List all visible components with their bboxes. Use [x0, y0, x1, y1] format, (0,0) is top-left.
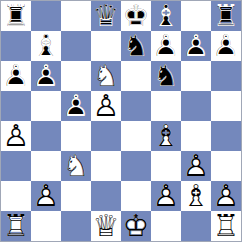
square-h2[interactable]: ♟♙	[211, 181, 241, 211]
piece-outline-layer: ♗	[151, 121, 181, 151]
piece-outline-layer: ♙	[31, 181, 61, 211]
piece-white-bishop: ♝♗	[151, 121, 181, 151]
square-c7[interactable]	[61, 31, 91, 61]
piece-black-pawn: ♟♙	[31, 61, 61, 91]
piece-outline-layer: ♘	[121, 31, 151, 61]
piece-black-pawn: ♟♙	[151, 31, 181, 61]
piece-outline-layer: ♙	[151, 181, 181, 211]
piece-white-pawn: ♟♙	[211, 181, 241, 211]
piece-outline-layer: ♙	[1, 121, 31, 151]
square-e3[interactable]	[121, 151, 151, 181]
square-a7[interactable]	[1, 31, 31, 61]
square-g8[interactable]	[181, 1, 211, 31]
piece-outline-layer: ♘	[61, 151, 91, 181]
piece-black-rook: ♜♖	[1, 1, 31, 31]
square-c1[interactable]	[61, 211, 91, 241]
piece-white-pawn: ♟♙	[91, 91, 121, 121]
square-c2[interactable]	[61, 181, 91, 211]
piece-white-pawn: ♟♙	[181, 151, 211, 181]
square-b3[interactable]	[31, 151, 61, 181]
piece-outline-layer: ♙	[91, 91, 121, 121]
piece-outline-layer: ♙	[61, 91, 91, 121]
piece-white-rook: ♜♖	[1, 211, 31, 241]
piece-black-pawn: ♟♙	[211, 31, 241, 61]
square-h4[interactable]	[211, 121, 241, 151]
square-a2[interactable]	[1, 181, 31, 211]
square-a5[interactable]	[1, 91, 31, 121]
piece-white-pawn: ♟♙	[1, 121, 31, 151]
piece-outline-layer: ♗	[181, 181, 211, 211]
square-f5[interactable]	[151, 91, 181, 121]
square-c4[interactable]	[61, 121, 91, 151]
square-f2[interactable]: ♟♙	[151, 181, 181, 211]
piece-white-pawn: ♟♙	[151, 181, 181, 211]
piece-outline-layer: ♖	[1, 211, 31, 241]
square-d1[interactable]: ♛♕	[91, 211, 121, 241]
square-c3[interactable]: ♞♘	[61, 151, 91, 181]
square-d5[interactable]: ♟♙	[91, 91, 121, 121]
square-e1[interactable]: ♚♔	[121, 211, 151, 241]
square-h3[interactable]	[211, 151, 241, 181]
square-e5[interactable]	[121, 91, 151, 121]
chess-board: ♜♖♛♕♚♔♝♗♜♖♝♗♞♘♟♙♟♙♟♙♟♙♟♙♞♘♞♘♟♙♟♙♟♙♝♗♞♘♟♙…	[0, 0, 242, 242]
square-g3[interactable]: ♟♙	[181, 151, 211, 181]
square-d7[interactable]	[91, 31, 121, 61]
piece-outline-layer: ♙	[181, 31, 211, 61]
square-h8[interactable]: ♜♖	[211, 1, 241, 31]
square-b4[interactable]	[31, 121, 61, 151]
piece-black-knight: ♞♘	[121, 31, 151, 61]
square-g4[interactable]	[181, 121, 211, 151]
square-f4[interactable]: ♝♗	[151, 121, 181, 151]
piece-outline-layer: ♙	[31, 61, 61, 91]
square-d2[interactable]	[91, 181, 121, 211]
piece-outline-layer: ♙	[181, 151, 211, 181]
square-f8[interactable]: ♝♗	[151, 1, 181, 31]
piece-outline-layer: ♗	[31, 31, 61, 61]
square-e4[interactable]	[121, 121, 151, 151]
piece-black-pawn: ♟♙	[61, 91, 91, 121]
piece-outline-layer: ♙	[211, 181, 241, 211]
square-f3[interactable]	[151, 151, 181, 181]
piece-black-bishop: ♝♗	[151, 1, 181, 31]
square-c5[interactable]: ♟♙	[61, 91, 91, 121]
square-b5[interactable]	[31, 91, 61, 121]
piece-black-knight: ♞♘	[151, 61, 181, 91]
piece-black-king: ♚♔	[121, 1, 151, 31]
square-h5[interactable]	[211, 91, 241, 121]
piece-outline-layer: ♙	[211, 31, 241, 61]
piece-outline-layer: ♖	[211, 1, 241, 31]
square-g6[interactable]	[181, 61, 211, 91]
piece-outline-layer: ♖	[1, 1, 31, 31]
square-f1[interactable]	[151, 211, 181, 241]
piece-outline-layer: ♕	[91, 1, 121, 31]
square-f6[interactable]: ♞♘	[151, 61, 181, 91]
piece-black-pawn: ♟♙	[1, 61, 31, 91]
piece-outline-layer: ♖	[211, 211, 241, 241]
square-b1[interactable]	[31, 211, 61, 241]
square-f7[interactable]: ♟♙	[151, 31, 181, 61]
square-b6[interactable]: ♟♙	[31, 61, 61, 91]
piece-white-pawn: ♟♙	[31, 181, 61, 211]
square-d3[interactable]	[91, 151, 121, 181]
piece-black-bishop: ♝♗	[31, 31, 61, 61]
square-a3[interactable]	[1, 151, 31, 181]
square-h6[interactable]	[211, 61, 241, 91]
square-a6[interactable]: ♟♙	[1, 61, 31, 91]
square-e6[interactable]	[121, 61, 151, 91]
piece-white-knight: ♞♘	[91, 61, 121, 91]
square-e7[interactable]: ♞♘	[121, 31, 151, 61]
square-g7[interactable]: ♟♙	[181, 31, 211, 61]
square-d4[interactable]	[91, 121, 121, 151]
square-g1[interactable]	[181, 211, 211, 241]
square-g5[interactable]	[181, 91, 211, 121]
square-e2[interactable]	[121, 181, 151, 211]
square-a1[interactable]: ♜♖	[1, 211, 31, 241]
piece-outline-layer: ♕	[91, 211, 121, 241]
piece-black-pawn: ♟♙	[181, 31, 211, 61]
square-d8[interactable]: ♛♕	[91, 1, 121, 31]
square-a4[interactable]: ♟♙	[1, 121, 31, 151]
piece-outline-layer: ♙	[151, 31, 181, 61]
piece-white-king: ♚♔	[121, 211, 151, 241]
piece-outline-layer: ♗	[151, 1, 181, 31]
square-h1[interactable]: ♜♖	[211, 211, 241, 241]
square-b8[interactable]	[31, 1, 61, 31]
piece-outline-layer: ♘	[151, 61, 181, 91]
piece-white-knight: ♞♘	[61, 151, 91, 181]
square-g2[interactable]: ♝♗	[181, 181, 211, 211]
piece-outline-layer: ♔	[121, 1, 151, 31]
square-c8[interactable]	[61, 1, 91, 31]
square-e8[interactable]: ♚♔	[121, 1, 151, 31]
square-d6[interactable]: ♞♘	[91, 61, 121, 91]
piece-black-rook: ♜♖	[211, 1, 241, 31]
piece-outline-layer: ♔	[121, 211, 151, 241]
piece-white-bishop: ♝♗	[181, 181, 211, 211]
square-b7[interactable]: ♝♗	[31, 31, 61, 61]
piece-white-queen: ♛♕	[91, 211, 121, 241]
piece-black-queen: ♛♕	[91, 1, 121, 31]
square-h7[interactable]: ♟♙	[211, 31, 241, 61]
piece-outline-layer: ♘	[91, 61, 121, 91]
square-b2[interactable]: ♟♙	[31, 181, 61, 211]
piece-white-rook: ♜♖	[211, 211, 241, 241]
piece-outline-layer: ♙	[1, 61, 31, 91]
square-a8[interactable]: ♜♖	[1, 1, 31, 31]
square-c6[interactable]	[61, 61, 91, 91]
